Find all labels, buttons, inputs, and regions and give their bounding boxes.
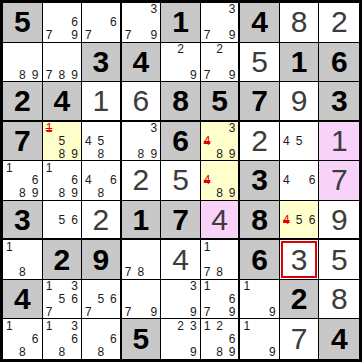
given-digit: 2 xyxy=(291,284,308,314)
given-digit: 6 xyxy=(331,47,348,77)
candidate: 6 xyxy=(306,213,319,226)
solved-digit: 9 xyxy=(331,205,348,235)
cell-r7c2[interactable]: 2 xyxy=(43,240,83,280)
given-digit: 3 xyxy=(14,205,31,235)
cell-r2c9[interactable]: 6 xyxy=(319,43,359,83)
cell-r5c2[interactable]: 1689 xyxy=(43,161,83,201)
given-digit: 1 xyxy=(291,47,308,77)
given-digit: 6 xyxy=(172,126,189,156)
given-digit: 3 xyxy=(331,86,348,116)
solved-digit: 2 xyxy=(133,165,150,195)
pencil-marks: 379 xyxy=(122,3,161,42)
given-digit: 1 xyxy=(133,205,150,235)
cell-r8c4[interactable]: 79 xyxy=(122,280,162,320)
candidate: 9 xyxy=(147,29,160,42)
solved-digit: 3 xyxy=(291,245,308,275)
pencil-marks: 168 xyxy=(3,319,42,359)
given-digit: 5 xyxy=(133,324,150,354)
eliminated-candidate: 4 xyxy=(280,213,293,226)
pencil-marks: 679 xyxy=(43,3,82,42)
cell-r8c1[interactable]: 4 xyxy=(3,280,43,320)
candidate: 9 xyxy=(226,29,239,42)
candidate: 1 xyxy=(3,319,16,332)
candidate: 8 xyxy=(213,266,226,279)
candidate: 3 xyxy=(68,319,81,332)
cell-r6c3[interactable]: 2 xyxy=(82,201,122,241)
solved-digit: 4 xyxy=(211,205,228,235)
candidate: 9 xyxy=(226,306,239,319)
candidate: 3 xyxy=(226,122,239,135)
candidate: 1 xyxy=(43,280,56,293)
cell-r8c6[interactable]: 1679 xyxy=(201,280,241,320)
pencil-marks: 19 xyxy=(240,319,279,359)
given-digit: 5 xyxy=(211,86,228,116)
pencil-marks: 78 xyxy=(122,240,161,279)
given-digit: 8 xyxy=(251,205,268,235)
candidate: 9 xyxy=(68,68,81,81)
cell-r4c8[interactable]: 45 xyxy=(280,122,320,162)
cell-r2c1[interactable]: 89 xyxy=(3,43,43,83)
cell-r2c4[interactable]: 4 xyxy=(122,43,162,83)
candidate: 6 xyxy=(68,16,81,29)
candidate: 7 xyxy=(43,68,56,81)
candidate: 9 xyxy=(29,187,42,200)
cell-r3c8[interactable]: 9 xyxy=(280,82,320,122)
given-digit: 4 xyxy=(133,47,150,77)
given-digit: 2 xyxy=(14,86,31,116)
candidate: 8 xyxy=(135,266,148,279)
cell-r7c5[interactable]: 4 xyxy=(161,240,201,280)
cell-r9c4[interactable]: 5 xyxy=(122,319,162,359)
candidate: 6 xyxy=(226,293,239,306)
solved-digit: 2 xyxy=(251,126,268,156)
pencil-marks: 67 xyxy=(82,3,120,42)
cell-r7c3[interactable]: 9 xyxy=(82,240,122,280)
candidate: 9 xyxy=(29,68,42,81)
candidate: 2 xyxy=(213,43,226,56)
pencil-marks: 379 xyxy=(201,3,239,42)
candidate: 8 xyxy=(55,147,68,160)
cell-r2c6[interactable]: 279 xyxy=(201,43,241,83)
candidate: 9 xyxy=(226,147,239,160)
cell-r8c9[interactable]: 8 xyxy=(319,280,359,320)
cell-r8c2[interactable]: 13567 xyxy=(43,280,83,320)
cell-r3c9[interactable]: 3 xyxy=(319,82,359,122)
pencil-marks: 178 xyxy=(201,240,239,279)
candidate: 6 xyxy=(107,293,120,306)
candidate: 4 xyxy=(280,174,293,187)
solved-digit: 1 xyxy=(331,126,348,156)
given-digit: 7 xyxy=(172,205,189,235)
candidate: 6 xyxy=(107,174,120,187)
cell-r6c4[interactable]: 1 xyxy=(122,201,162,241)
pencil-marks: 489 xyxy=(201,161,239,200)
cell-r3c2[interactable]: 4 xyxy=(43,82,83,122)
cell-r6c6[interactable]: 4 xyxy=(201,201,241,241)
pencil-marks: 89 xyxy=(3,43,42,82)
cell-r8c8[interactable]: 2 xyxy=(280,280,320,320)
candidate: 5 xyxy=(55,293,68,306)
pencil-marks: 789 xyxy=(43,43,82,82)
given-digit: 1 xyxy=(172,7,189,37)
candidate: 6 xyxy=(29,333,42,346)
eliminated-candidate: 4 xyxy=(201,174,214,187)
candidate: 1 xyxy=(201,240,214,253)
pencil-marks: 45 xyxy=(280,122,319,161)
pencil-marks: 1368 xyxy=(43,319,82,359)
pencil-marks: 39 xyxy=(161,280,200,319)
candidate: 5 xyxy=(55,213,68,226)
candidate: 6 xyxy=(107,333,120,346)
candidate: 1 xyxy=(3,240,16,253)
pencil-marks: 79 xyxy=(122,280,161,319)
solved-digit: 5 xyxy=(172,165,189,195)
cell-r5c7[interactable]: 3 xyxy=(240,161,280,201)
solved-digit: 1 xyxy=(93,86,110,116)
cell-r6c1[interactable]: 3 xyxy=(3,201,43,241)
cell-r7c8[interactable]: 3 xyxy=(280,240,320,280)
pencil-marks: 46 xyxy=(280,161,319,200)
cell-r7c9[interactable]: 5 xyxy=(319,240,359,280)
cell-r6c7[interactable]: 8 xyxy=(240,201,280,241)
cell-r3c6[interactable]: 5 xyxy=(201,82,241,122)
candidate: 4 xyxy=(82,174,95,187)
cell-r4c9[interactable]: 1 xyxy=(319,122,359,162)
candidate: 8 xyxy=(213,187,226,200)
candidate: 8 xyxy=(55,68,68,81)
cell-r2c5[interactable]: 29 xyxy=(161,43,201,83)
candidate: 9 xyxy=(68,187,81,200)
candidate: 8 xyxy=(16,266,29,279)
candidate: 7 xyxy=(201,29,214,42)
candidate: 1 xyxy=(240,280,253,293)
cell-r4c4[interactable]: 389 xyxy=(122,122,162,162)
cell-r6c2[interactable]: 56 xyxy=(43,201,83,241)
pencil-marks: 1679 xyxy=(201,280,239,319)
candidate: 6 xyxy=(226,333,239,346)
cell-r1c4[interactable]: 379 xyxy=(122,3,162,43)
given-digit: 5 xyxy=(14,7,31,37)
cell-r2c2[interactable]: 789 xyxy=(43,43,83,83)
cell-r9c5[interactable]: 239 xyxy=(161,319,201,359)
solved-digit: 6 xyxy=(133,86,150,116)
cell-r7c1[interactable]: 18 xyxy=(3,240,43,280)
cell-r8c3[interactable]: 567 xyxy=(82,280,122,320)
candidate: 2 xyxy=(174,319,187,332)
cell-r2c3[interactable]: 3 xyxy=(82,43,122,83)
pencil-marks: 19 xyxy=(240,280,279,319)
candidate: 4 xyxy=(82,135,95,148)
candidate: 7 xyxy=(201,266,214,279)
solved-digit: 5 xyxy=(331,245,348,275)
pencil-marks: 279 xyxy=(201,43,239,82)
candidate: 6 xyxy=(68,213,81,226)
pencil-marks: 68 xyxy=(82,319,120,359)
candidate: 6 xyxy=(107,16,120,29)
cell-r4c5[interactable]: 6 xyxy=(161,122,201,162)
candidate: 9 xyxy=(147,306,160,319)
cell-r9c2[interactable]: 1368 xyxy=(43,319,83,359)
candidate: 7 xyxy=(122,29,135,42)
candidate: 9 xyxy=(68,147,81,160)
cell-r4c3[interactable]: 458 xyxy=(82,122,122,162)
cell-r5c9[interactable]: 7 xyxy=(319,161,359,201)
pencil-marks: 468 xyxy=(82,161,120,200)
solved-digit: 7 xyxy=(331,165,348,195)
candidate: 8 xyxy=(95,187,108,200)
given-digit: 4 xyxy=(14,284,31,314)
pencil-marks: 29 xyxy=(161,43,200,82)
candidate: 8 xyxy=(16,187,29,200)
cell-r6c5[interactable]: 7 xyxy=(161,201,201,241)
candidate: 7 xyxy=(43,306,56,319)
cell-r5c3[interactable]: 468 xyxy=(82,161,122,201)
cell-r3c7[interactable]: 7 xyxy=(240,82,280,122)
candidate: 6 xyxy=(68,333,81,346)
cell-r5c8[interactable]: 46 xyxy=(280,161,320,201)
candidate: 7 xyxy=(122,266,135,279)
candidate: 7 xyxy=(201,306,214,319)
candidate: 7 xyxy=(82,29,95,42)
cell-r9c8[interactable]: 7 xyxy=(280,319,320,359)
cell-r1c2[interactable]: 679 xyxy=(43,3,83,43)
candidate: 8 xyxy=(95,346,108,359)
cell-r1c8[interactable]: 8 xyxy=(280,3,320,43)
cell-r4c7[interactable]: 2 xyxy=(240,122,280,162)
cell-r8c7[interactable]: 19 xyxy=(240,280,280,320)
cell-r5c6[interactable]: 489 xyxy=(201,161,241,201)
candidate: 1 xyxy=(43,161,56,174)
candidate: 8 xyxy=(16,346,29,359)
cell-r6c8[interactable]: 456 xyxy=(280,201,320,241)
given-digit: 8 xyxy=(172,86,189,116)
candidate: 5 xyxy=(55,135,68,148)
given-digit: 4 xyxy=(331,324,348,354)
eliminated-candidate: 1 xyxy=(43,122,56,135)
pencil-marks: 12689 xyxy=(201,319,239,359)
candidate: 9 xyxy=(226,187,239,200)
cell-r4c1[interactable]: 7 xyxy=(3,122,43,162)
pencil-marks: 1689 xyxy=(3,161,42,200)
candidate: 8 xyxy=(213,147,226,160)
cell-r1c5[interactable]: 1 xyxy=(161,3,201,43)
candidate: 1 xyxy=(201,319,214,332)
candidate: 2 xyxy=(213,319,226,332)
candidate: 6 xyxy=(68,293,81,306)
cell-r7c7[interactable]: 6 xyxy=(240,240,280,280)
candidate: 9 xyxy=(226,68,239,81)
cell-r1c9[interactable]: 2 xyxy=(319,3,359,43)
solved-digit: 4 xyxy=(172,245,189,275)
pencil-marks: 239 xyxy=(161,319,200,359)
candidate: 5 xyxy=(95,293,108,306)
candidate: 8 xyxy=(135,147,148,160)
given-digit: 3 xyxy=(93,47,110,77)
candidate: 9 xyxy=(266,346,279,359)
cell-r5c4[interactable]: 2 xyxy=(122,161,162,201)
cell-r9c3[interactable]: 68 xyxy=(82,319,122,359)
eliminated-candidate: 4 xyxy=(201,135,214,148)
cell-r3c1[interactable]: 2 xyxy=(3,82,43,122)
pencil-marks: 389 xyxy=(122,122,161,161)
pencil-marks: 458 xyxy=(82,122,120,161)
candidate: 8 xyxy=(213,346,226,359)
cell-r4c6[interactable]: 3489 xyxy=(201,122,241,162)
candidate: 9 xyxy=(187,306,200,319)
pencil-marks: 567 xyxy=(82,280,120,319)
candidate: 5 xyxy=(293,135,306,148)
candidate: 8 xyxy=(55,187,68,200)
given-digit: 2 xyxy=(53,245,70,275)
cell-r5c1[interactable]: 1689 xyxy=(3,161,43,201)
cell-r5c5[interactable]: 5 xyxy=(161,161,201,201)
cell-r3c5[interactable]: 8 xyxy=(161,82,201,122)
cell-r3c3[interactable]: 1 xyxy=(82,82,122,122)
given-digit: 9 xyxy=(93,245,110,275)
solved-digit: 8 xyxy=(331,284,348,314)
solved-digit: 2 xyxy=(93,205,110,235)
given-digit: 6 xyxy=(251,245,268,275)
given-digit: 7 xyxy=(251,86,268,116)
candidate: 9 xyxy=(187,68,200,81)
candidate: 3 xyxy=(187,319,200,332)
candidate: 6 xyxy=(29,174,42,187)
cell-r9c1[interactable]: 168 xyxy=(3,319,43,359)
cell-r9c7[interactable]: 19 xyxy=(240,319,280,359)
solved-digit: 8 xyxy=(291,7,308,37)
cell-r6c9[interactable]: 9 xyxy=(319,201,359,241)
pencil-marks: 3489 xyxy=(201,122,239,161)
pencil-marks: 13567 xyxy=(43,280,82,319)
candidate: 9 xyxy=(266,306,279,319)
candidate: 8 xyxy=(95,147,108,160)
candidate: 1 xyxy=(43,319,56,332)
cell-r9c9[interactable]: 4 xyxy=(319,319,359,359)
cell-r1c7[interactable]: 4 xyxy=(240,3,280,43)
candidate: 2 xyxy=(174,43,187,56)
cell-r1c6[interactable]: 379 xyxy=(201,3,241,43)
candidate: 3 xyxy=(147,122,160,135)
candidate: 7 xyxy=(82,306,95,319)
candidate: 3 xyxy=(147,3,160,16)
solved-digit: 9 xyxy=(291,86,308,116)
given-digit: 4 xyxy=(53,86,70,116)
pencil-marks: 1689 xyxy=(43,161,82,200)
sudoku-board: 5679673791379482897893429279516241685793… xyxy=(0,0,362,362)
cell-r2c7[interactable]: 5 xyxy=(240,43,280,83)
pencil-marks: 56 xyxy=(43,201,82,239)
pencil-marks: 18 xyxy=(3,240,42,279)
cell-r8c5[interactable]: 39 xyxy=(161,280,201,320)
candidate: 1 xyxy=(240,319,253,332)
candidate: 8 xyxy=(55,346,68,359)
candidate: 3 xyxy=(226,3,239,16)
cell-r2c8[interactable]: 1 xyxy=(280,43,320,83)
pencil-marks: 456 xyxy=(280,201,319,239)
cell-r3c4[interactable]: 6 xyxy=(122,82,162,122)
given-digit: 3 xyxy=(251,165,268,195)
candidate: 1 xyxy=(3,161,16,174)
solved-digit: 5 xyxy=(251,47,268,77)
candidate: 9 xyxy=(147,147,160,160)
candidate: 8 xyxy=(16,68,29,81)
candidate: 7 xyxy=(43,29,56,42)
candidate: 7 xyxy=(201,68,214,81)
candidate: 3 xyxy=(68,280,81,293)
candidate: 1 xyxy=(201,280,214,293)
candidate: 9 xyxy=(187,346,200,359)
solved-digit: 7 xyxy=(291,324,308,354)
solved-digit: 2 xyxy=(331,7,348,37)
given-digit: 7 xyxy=(14,126,31,156)
candidate: 9 xyxy=(226,346,239,359)
cell-r4c2[interactable]: 1589 xyxy=(43,122,83,162)
candidate: 9 xyxy=(68,29,81,42)
candidate: 5 xyxy=(293,213,306,226)
candidate: 4 xyxy=(280,135,293,148)
given-digit: 4 xyxy=(251,7,268,37)
candidate: 6 xyxy=(306,174,319,187)
cell-r1c1[interactable]: 5 xyxy=(3,3,43,43)
candidate: 3 xyxy=(187,280,200,293)
cell-r7c6[interactable]: 178 xyxy=(201,240,241,280)
cell-r7c4[interactable]: 78 xyxy=(122,240,162,280)
candidate: 6 xyxy=(68,174,81,187)
candidate: 5 xyxy=(95,135,108,148)
cell-r1c3[interactable]: 67 xyxy=(82,3,122,43)
cell-r9c6[interactable]: 12689 xyxy=(201,319,241,359)
candidate: 7 xyxy=(122,306,135,319)
pencil-marks: 1589 xyxy=(43,122,82,161)
